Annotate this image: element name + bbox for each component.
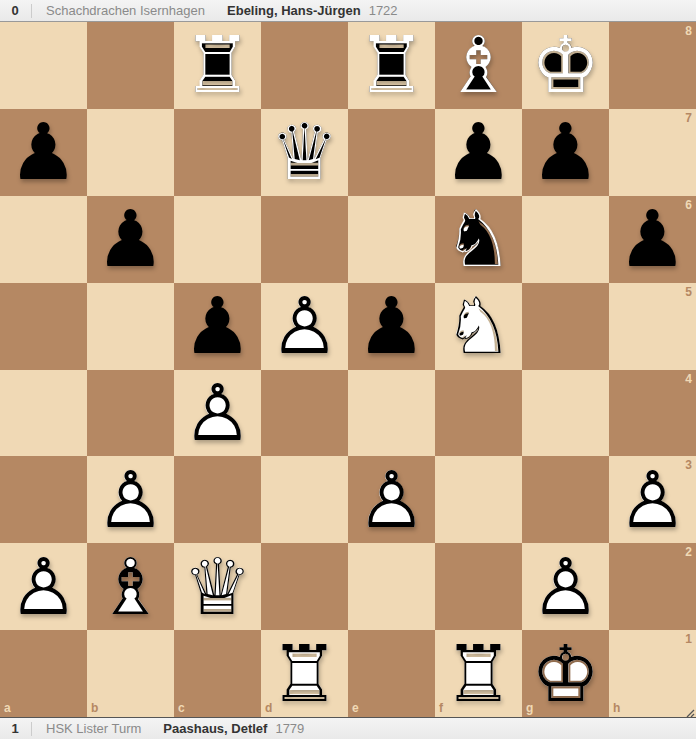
square-g3[interactable] [522, 456, 609, 543]
square-a6[interactable] [0, 196, 87, 283]
white-pawn[interactable]: ♟♙ [609, 456, 696, 543]
square-g5[interactable] [522, 283, 609, 370]
white-pawn[interactable]: ♟♙ [174, 370, 261, 457]
square-d4[interactable] [261, 370, 348, 457]
match-score-bottom: 1 [8, 721, 22, 736]
square-c7[interactable] [174, 109, 261, 196]
file-label-e: e [352, 702, 359, 714]
square-h6[interactable]: ♟6 [609, 196, 696, 283]
square-c3[interactable] [174, 456, 261, 543]
square-h4[interactable]: 4 [609, 370, 696, 457]
black-rook[interactable]: ♜♖ [174, 22, 261, 109]
match-score-top: 0 [8, 3, 22, 18]
square-g1[interactable]: ♚♔g [522, 630, 609, 717]
square-c5[interactable]: ♟ [174, 283, 261, 370]
white-rook[interactable]: ♜♖ [261, 630, 348, 717]
rank-label-8: 8 [685, 25, 692, 37]
square-b1[interactable]: b [87, 630, 174, 717]
square-h1[interactable]: 1h [609, 630, 696, 717]
square-a8[interactable] [0, 22, 87, 109]
rank-label-1: 1 [685, 633, 692, 645]
square-d7[interactable]: ♛♕ [261, 109, 348, 196]
resize-handle-icon[interactable] [683, 704, 695, 716]
square-c2[interactable]: ♛♕ [174, 543, 261, 630]
square-g7[interactable]: ♟ [522, 109, 609, 196]
white-pawn[interactable]: ♟♙ [0, 543, 87, 630]
square-b6[interactable]: ♟ [87, 196, 174, 283]
square-f6[interactable]: ♞♘ [435, 196, 522, 283]
file-label-a: a [4, 702, 11, 714]
square-b2[interactable]: ♝♗ [87, 543, 174, 630]
square-f3[interactable] [435, 456, 522, 543]
square-d1[interactable]: ♜♖d [261, 630, 348, 717]
black-king[interactable]: ♚♔ [522, 22, 609, 109]
player-name-top: Ebeling, Hans-Jürgen [227, 3, 361, 18]
square-g4[interactable] [522, 370, 609, 457]
square-c6[interactable] [174, 196, 261, 283]
white-pawn[interactable]: ♟♙ [261, 283, 348, 370]
player-rating-bottom: 1779 [275, 721, 304, 736]
square-a3[interactable] [0, 456, 87, 543]
square-b7[interactable] [87, 109, 174, 196]
square-a7[interactable]: ♟ [0, 109, 87, 196]
square-a4[interactable] [0, 370, 87, 457]
square-e7[interactable] [348, 109, 435, 196]
player-name-bottom: Paashaus, Detlef [163, 721, 267, 736]
square-a1[interactable]: a [0, 630, 87, 717]
white-queen[interactable]: ♛♕ [174, 543, 261, 630]
black-pawn[interactable]: ♟ [174, 283, 261, 370]
square-d8[interactable] [261, 22, 348, 109]
square-f5[interactable]: ♞♘ [435, 283, 522, 370]
square-e2[interactable] [348, 543, 435, 630]
square-d5[interactable]: ♟♙ [261, 283, 348, 370]
file-label-b: b [91, 702, 98, 714]
square-e3[interactable]: ♟♙ [348, 456, 435, 543]
black-knight[interactable]: ♞♘ [435, 196, 522, 283]
rank-label-5: 5 [685, 286, 692, 298]
square-e6[interactable] [348, 196, 435, 283]
square-b5[interactable] [87, 283, 174, 370]
square-f2[interactable] [435, 543, 522, 630]
square-e8[interactable]: ♜♖ [348, 22, 435, 109]
team-name-top: Schachdrachen Isernhagen [46, 3, 205, 18]
black-pawn[interactable]: ♟ [0, 109, 87, 196]
white-pawn[interactable]: ♟♙ [87, 456, 174, 543]
file-label-h: h [613, 702, 620, 714]
file-label-c: c [178, 702, 185, 714]
square-f7[interactable]: ♟ [435, 109, 522, 196]
square-d2[interactable] [261, 543, 348, 630]
square-d3[interactable] [261, 456, 348, 543]
chess-board: ♜♖♜♖♝♗♚♔8♟♛♕♟♟7♟♞♘♟6♟♟♙♟♞♘5♟♙4♟♙♟♙♟♙3♟♙♝… [0, 22, 696, 717]
square-e5[interactable]: ♟ [348, 283, 435, 370]
square-h8[interactable]: 8 [609, 22, 696, 109]
square-c4[interactable]: ♟♙ [174, 370, 261, 457]
bar-divider [31, 4, 32, 18]
rank-label-2: 2 [685, 546, 692, 558]
square-g6[interactable] [522, 196, 609, 283]
black-bishop[interactable]: ♝♗ [435, 22, 522, 109]
black-pawn[interactable]: ♟ [348, 283, 435, 370]
square-b3[interactable]: ♟♙ [87, 456, 174, 543]
white-king[interactable]: ♚♔ [522, 630, 609, 717]
square-e1[interactable]: e [348, 630, 435, 717]
black-pawn[interactable]: ♟ [87, 196, 174, 283]
black-pawn[interactable]: ♟ [609, 196, 696, 283]
square-c1[interactable]: c [174, 630, 261, 717]
square-d6[interactable] [261, 196, 348, 283]
black-pawn[interactable]: ♟ [522, 109, 609, 196]
white-bishop[interactable]: ♝♗ [87, 543, 174, 630]
white-pawn[interactable]: ♟♙ [348, 456, 435, 543]
player-rating-top: 1722 [369, 3, 398, 18]
white-pawn[interactable]: ♟♙ [522, 543, 609, 630]
player-bar-bottom: 1 HSK Lister Turm Paashaus, Detlef 1779 [0, 717, 696, 739]
team-name-bottom: HSK Lister Turm [46, 721, 141, 736]
square-h5[interactable]: 5 [609, 283, 696, 370]
square-f4[interactable] [435, 370, 522, 457]
square-h7[interactable]: 7 [609, 109, 696, 196]
square-b8[interactable] [87, 22, 174, 109]
square-g2[interactable]: ♟♙ [522, 543, 609, 630]
square-a5[interactable] [0, 283, 87, 370]
square-f8[interactable]: ♝♗ [435, 22, 522, 109]
white-knight[interactable]: ♞♘ [435, 283, 522, 370]
black-rook[interactable]: ♜♖ [348, 22, 435, 109]
square-e4[interactable] [348, 370, 435, 457]
square-b4[interactable] [87, 370, 174, 457]
square-g8[interactable]: ♚♔ [522, 22, 609, 109]
rank-label-7: 7 [685, 112, 692, 124]
square-h2[interactable]: 2 [609, 543, 696, 630]
black-pawn[interactable]: ♟ [435, 109, 522, 196]
black-queen[interactable]: ♛♕ [261, 109, 348, 196]
player-bar-top: 0 Schachdrachen Isernhagen Ebeling, Hans… [0, 0, 696, 22]
square-a2[interactable]: ♟♙ [0, 543, 87, 630]
square-f1[interactable]: ♜♖f [435, 630, 522, 717]
square-c8[interactable]: ♜♖ [174, 22, 261, 109]
bar-divider [31, 722, 32, 736]
rank-label-4: 4 [685, 373, 692, 385]
square-h3[interactable]: ♟♙3 [609, 456, 696, 543]
white-rook[interactable]: ♜♖ [435, 630, 522, 717]
